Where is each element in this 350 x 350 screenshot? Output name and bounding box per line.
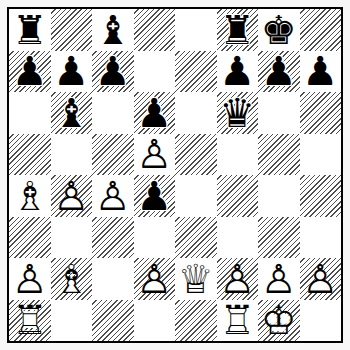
white-pawn: ♙: [258, 258, 300, 300]
square-a1[interactable]: ♜♖: [9, 300, 51, 342]
white-rook-fill: ♜: [9, 300, 51, 342]
square-h3[interactable]: [300, 217, 342, 259]
black-queen: ♛: [217, 92, 259, 134]
square-f1[interactable]: ♜♖: [217, 300, 259, 342]
square-f7[interactable]: ♟: [217, 51, 259, 93]
square-a8[interactable]: ♜: [9, 9, 51, 51]
black-pawn: ♟: [217, 51, 259, 93]
square-a6[interactable]: [9, 92, 51, 134]
white-pawn: ♙: [134, 134, 176, 176]
black-rook: ♜: [9, 9, 51, 51]
black-bishop: ♝: [92, 9, 134, 51]
square-f8[interactable]: ♜: [217, 9, 259, 51]
square-h5[interactable]: [300, 134, 342, 176]
square-d2[interactable]: ♟♙: [134, 258, 176, 300]
white-pawn: ♙: [300, 258, 342, 300]
white-queen-fill: ♛: [175, 258, 217, 300]
square-e5[interactable]: [175, 134, 217, 176]
square-g1[interactable]: ♚♔: [258, 300, 300, 342]
square-c6[interactable]: [92, 92, 134, 134]
square-g5[interactable]: [258, 134, 300, 176]
square-c8[interactable]: ♝: [92, 9, 134, 51]
square-d4[interactable]: ♟: [134, 175, 176, 217]
square-h1[interactable]: [300, 300, 342, 342]
white-pawn-fill: ♟: [9, 258, 51, 300]
black-pawn: ♟: [134, 175, 176, 217]
black-pawn: ♟: [300, 51, 342, 93]
white-bishop: ♗: [51, 258, 93, 300]
square-c2[interactable]: [92, 258, 134, 300]
square-g4[interactable]: [258, 175, 300, 217]
white-pawn: ♙: [134, 258, 176, 300]
white-pawn-fill: ♟: [300, 258, 342, 300]
black-bishop: ♝: [51, 92, 93, 134]
square-e6[interactable]: [175, 92, 217, 134]
black-pawn: ♟: [51, 51, 93, 93]
white-bishop-fill: ♝: [51, 258, 93, 300]
square-a2[interactable]: ♟♙: [9, 258, 51, 300]
square-h4[interactable]: [300, 175, 342, 217]
square-e7[interactable]: [175, 51, 217, 93]
square-g8[interactable]: ♚: [258, 9, 300, 51]
white-rook: ♖: [9, 300, 51, 342]
square-b8[interactable]: [51, 9, 93, 51]
white-pawn: ♙: [217, 258, 259, 300]
square-e8[interactable]: [175, 9, 217, 51]
white-pawn: ♙: [51, 175, 93, 217]
square-b5[interactable]: [51, 134, 93, 176]
black-pawn: ♟: [134, 92, 176, 134]
square-b2[interactable]: ♝♗: [51, 258, 93, 300]
white-pawn-fill: ♟: [217, 258, 259, 300]
white-pawn-fill: ♟: [134, 134, 176, 176]
white-king-fill: ♚: [258, 300, 300, 342]
board-grid: ♜♝♜♚♟♟♟♟♟♟♝♟♛♟♙♝♗♟♙♟♙♟♟♙♝♗♟♙♛♕♟♙♟♙♟♙♜♖♜♖…: [9, 9, 341, 341]
white-rook: ♖: [217, 300, 259, 342]
white-pawn-fill: ♟: [51, 175, 93, 217]
black-king: ♚: [258, 9, 300, 51]
square-g7[interactable]: ♟: [258, 51, 300, 93]
square-c3[interactable]: [92, 217, 134, 259]
square-f3[interactable]: [217, 217, 259, 259]
square-b7[interactable]: ♟: [51, 51, 93, 93]
square-d6[interactable]: ♟: [134, 92, 176, 134]
square-e4[interactable]: [175, 175, 217, 217]
square-c7[interactable]: ♟: [92, 51, 134, 93]
square-f2[interactable]: ♟♙: [217, 258, 259, 300]
white-king: ♔: [258, 300, 300, 342]
square-d5[interactable]: ♟♙: [134, 134, 176, 176]
white-rook-fill: ♜: [217, 300, 259, 342]
white-queen: ♕: [175, 258, 217, 300]
square-c5[interactable]: [92, 134, 134, 176]
square-e2[interactable]: ♛♕: [175, 258, 217, 300]
square-g2[interactable]: ♟♙: [258, 258, 300, 300]
black-pawn: ♟: [9, 51, 51, 93]
white-pawn: ♙: [9, 258, 51, 300]
black-pawn: ♟: [92, 51, 134, 93]
square-c1[interactable]: [92, 300, 134, 342]
square-g6[interactable]: [258, 92, 300, 134]
square-f4[interactable]: [217, 175, 259, 217]
square-d1[interactable]: [134, 300, 176, 342]
square-a3[interactable]: [9, 217, 51, 259]
square-h8[interactable]: [300, 9, 342, 51]
black-pawn: ♟: [258, 51, 300, 93]
chess-board: ♜♝♜♚♟♟♟♟♟♟♝♟♛♟♙♝♗♟♙♟♙♟♟♙♝♗♟♙♛♕♟♙♟♙♟♙♜♖♜♖…: [7, 7, 343, 343]
square-f6[interactable]: ♛: [217, 92, 259, 134]
square-c4[interactable]: ♟♙: [92, 175, 134, 217]
square-g3[interactable]: [258, 217, 300, 259]
square-d7[interactable]: [134, 51, 176, 93]
square-d3[interactable]: [134, 217, 176, 259]
square-e3[interactable]: [175, 217, 217, 259]
square-a7[interactable]: ♟: [9, 51, 51, 93]
white-pawn-fill: ♟: [134, 258, 176, 300]
white-bishop: ♗: [9, 175, 51, 217]
square-d8[interactable]: [134, 9, 176, 51]
square-b6[interactable]: ♝: [51, 92, 93, 134]
square-b3[interactable]: [51, 217, 93, 259]
square-h6[interactable]: [300, 92, 342, 134]
white-pawn: ♙: [92, 175, 134, 217]
square-e1[interactable]: [175, 300, 217, 342]
square-b1[interactable]: [51, 300, 93, 342]
square-a5[interactable]: [9, 134, 51, 176]
white-pawn-fill: ♟: [92, 175, 134, 217]
white-pawn-fill: ♟: [258, 258, 300, 300]
square-h2[interactable]: ♟♙: [300, 258, 342, 300]
black-rook: ♜: [217, 9, 259, 51]
square-b4[interactable]: ♟♙: [51, 175, 93, 217]
square-f5[interactable]: [217, 134, 259, 176]
square-a4[interactable]: ♝♗: [9, 175, 51, 217]
white-bishop-fill: ♝: [9, 175, 51, 217]
square-h7[interactable]: ♟: [300, 51, 342, 93]
